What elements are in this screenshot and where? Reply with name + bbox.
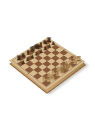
product-photo: ♜♞♝♛♚♝♞♜♟♟♟♟♟♟♟♟♟♟♟♟♟♟♟♟♜♞♝♛♚♝♞♜ [0, 0, 95, 126]
board-rim: ♜♞♝♛♚♝♞♜♟♟♟♟♟♟♟♟♟♟♟♟♟♟♟♟♜♞♝♛♚♝♞♜ [9, 37, 85, 90]
piece-black-pawn-h7: ♟ [51, 41, 55, 46]
piece-black-pawn-b7: ♟ [25, 57, 30, 62]
board-grid: ♜♞♝♛♚♝♞♜♟♟♟♟♟♟♟♟♟♟♟♟♟♟♟♟♜♞♝♛♚♝♞♜ [13, 40, 81, 87]
chess-board: ♜♞♝♛♚♝♞♜♟♟♟♟♟♟♟♟♟♟♟♟♟♟♟♟♜♞♝♛♚♝♞♜ [9, 37, 85, 90]
piece-black-pawn-f7: ♟ [43, 46, 47, 51]
piece-black-pawn-g7: ♟ [47, 44, 51, 49]
piece-white-rook-a1: ♜ [45, 77, 51, 84]
piece-black-pawn-e7: ♟ [39, 49, 43, 54]
piece-black-pawn-a7: ♟ [21, 60, 26, 65]
piece-black-pawn-c7: ♟ [30, 54, 34, 59]
piece-black-pawn-d7: ♟ [34, 52, 38, 57]
